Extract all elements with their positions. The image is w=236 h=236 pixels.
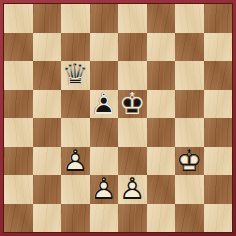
square-b4[interactable] xyxy=(33,118,62,147)
square-f1[interactable] xyxy=(147,204,176,233)
square-a5[interactable] xyxy=(4,90,33,119)
square-f4[interactable] xyxy=(147,118,176,147)
square-b7[interactable] xyxy=(33,33,62,62)
white-king-piece[interactable]: ♚♔ xyxy=(175,147,204,176)
square-b2[interactable] xyxy=(33,175,62,204)
square-b1[interactable] xyxy=(33,204,62,233)
square-e4[interactable] xyxy=(118,118,147,147)
square-h2[interactable] xyxy=(204,175,233,204)
square-d7[interactable] xyxy=(90,33,119,62)
square-h4[interactable] xyxy=(204,118,233,147)
square-e7[interactable] xyxy=(118,33,147,62)
square-f3[interactable] xyxy=(147,147,176,176)
chess-board: ♛♕♟♙♚♔♟♙♚♔♟♙♟♙ xyxy=(4,4,232,232)
square-h6[interactable] xyxy=(204,61,233,90)
square-g7[interactable] xyxy=(175,33,204,62)
square-a7[interactable] xyxy=(4,33,33,62)
square-d3[interactable] xyxy=(90,147,119,176)
square-c3[interactable]: ♟♙ xyxy=(61,147,90,176)
square-e3[interactable] xyxy=(118,147,147,176)
square-e5[interactable]: ♚♔ xyxy=(118,90,147,119)
square-h1[interactable] xyxy=(204,204,233,233)
square-e8[interactable] xyxy=(118,4,147,33)
square-c4[interactable] xyxy=(61,118,90,147)
square-g2[interactable] xyxy=(175,175,204,204)
square-f5[interactable] xyxy=(147,90,176,119)
square-a2[interactable] xyxy=(4,175,33,204)
square-g1[interactable] xyxy=(175,204,204,233)
square-h8[interactable] xyxy=(204,4,233,33)
square-c7[interactable] xyxy=(61,33,90,62)
square-d1[interactable] xyxy=(90,204,119,233)
square-f7[interactable] xyxy=(147,33,176,62)
square-c1[interactable] xyxy=(61,204,90,233)
square-b8[interactable] xyxy=(33,4,62,33)
white-pawn-piece[interactable]: ♟♙ xyxy=(61,147,90,176)
square-h7[interactable] xyxy=(204,33,233,62)
black-pawn-piece[interactable]: ♟♙ xyxy=(90,90,119,119)
square-a8[interactable] xyxy=(4,4,33,33)
square-a4[interactable] xyxy=(4,118,33,147)
black-king-piece[interactable]: ♚♔ xyxy=(118,90,147,119)
square-g3[interactable]: ♚♔ xyxy=(175,147,204,176)
square-c2[interactable] xyxy=(61,175,90,204)
square-d8[interactable] xyxy=(90,4,119,33)
square-b6[interactable] xyxy=(33,61,62,90)
square-a1[interactable] xyxy=(4,204,33,233)
white-pawn-piece[interactable]: ♟♙ xyxy=(118,175,147,204)
square-b3[interactable] xyxy=(33,147,62,176)
square-a6[interactable] xyxy=(4,61,33,90)
square-d5[interactable]: ♟♙ xyxy=(90,90,119,119)
square-d6[interactable] xyxy=(90,61,119,90)
square-c6[interactable]: ♛♕ xyxy=(61,61,90,90)
white-pawn-piece[interactable]: ♟♙ xyxy=(90,175,119,204)
square-g6[interactable] xyxy=(175,61,204,90)
square-g5[interactable] xyxy=(175,90,204,119)
square-e2[interactable]: ♟♙ xyxy=(118,175,147,204)
square-a3[interactable] xyxy=(4,147,33,176)
square-e6[interactable] xyxy=(118,61,147,90)
square-g4[interactable] xyxy=(175,118,204,147)
square-b5[interactable] xyxy=(33,90,62,119)
square-c8[interactable] xyxy=(61,4,90,33)
square-f6[interactable] xyxy=(147,61,176,90)
square-e1[interactable] xyxy=(118,204,147,233)
square-d2[interactable]: ♟♙ xyxy=(90,175,119,204)
black-queen-piece[interactable]: ♛♕ xyxy=(61,61,90,90)
square-h5[interactable] xyxy=(204,90,233,119)
board-frame: ♛♕♟♙♚♔♟♙♚♔♟♙♟♙ xyxy=(0,0,236,236)
square-f8[interactable] xyxy=(147,4,176,33)
square-f2[interactable] xyxy=(147,175,176,204)
square-c5[interactable] xyxy=(61,90,90,119)
square-g8[interactable] xyxy=(175,4,204,33)
square-h3[interactable] xyxy=(204,147,233,176)
square-d4[interactable] xyxy=(90,118,119,147)
